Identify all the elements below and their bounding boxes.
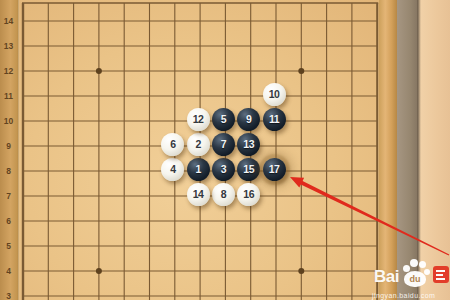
stone-black-9: 9: [237, 108, 260, 131]
board-side-shadow: [397, 0, 417, 300]
stone-number: 3: [221, 163, 226, 175]
stone-number: 16: [243, 188, 254, 200]
row-label-9: 9: [0, 141, 17, 151]
stone-white-10: 10: [263, 83, 286, 106]
stone-white-14: 14: [187, 183, 210, 206]
board-left-frame: 14131211109876543: [0, 0, 19, 300]
row-label-4: 4: [0, 266, 17, 276]
row-label-6: 6: [0, 216, 17, 226]
stone-number: 2: [195, 138, 200, 150]
stone-number: 15: [243, 163, 254, 175]
stone-black-1: 1: [187, 158, 210, 181]
row-label-3: 3: [0, 291, 17, 300]
gomoku-board-screenshot: 14131211109876543 1234567891011121314151…: [0, 0, 450, 300]
row-label-5: 5: [0, 241, 17, 251]
stone-black-5: 5: [212, 108, 235, 131]
stone-black-11: 11: [263, 108, 286, 131]
stone-number: 14: [193, 188, 204, 200]
stone-number: 11: [269, 113, 279, 125]
board-right-edge: [379, 0, 397, 300]
stone-number: 12: [193, 113, 204, 125]
stone-number: 8: [221, 188, 226, 200]
stone-number: 17: [269, 163, 280, 175]
stone-black-15: 15: [237, 158, 260, 181]
stone-number: 9: [246, 113, 251, 125]
stone-black-7: 7: [212, 133, 235, 156]
stone-number: 6: [170, 138, 175, 150]
row-label-11: 11: [0, 91, 17, 101]
stone-white-4: 4: [161, 158, 184, 181]
stone-number: 5: [221, 113, 226, 125]
outer-background: [417, 0, 450, 300]
stone-white-6: 6: [161, 133, 184, 156]
stone-white-16: 16: [237, 183, 260, 206]
row-label-14: 14: [0, 16, 17, 26]
row-label-12: 12: [0, 66, 17, 76]
stone-white-8: 8: [212, 183, 235, 206]
row-label-7: 7: [0, 191, 17, 201]
stone-black-17: 17: [263, 158, 286, 181]
row-label-8: 8: [0, 166, 17, 176]
row-label-10: 10: [0, 116, 17, 126]
stone-number: 13: [243, 138, 254, 150]
stone-number: 4: [170, 163, 175, 175]
stone-number: 10: [269, 88, 280, 100]
stone-black-3: 3: [212, 158, 235, 181]
stone-black-13: 13: [237, 133, 260, 156]
stone-number: 1: [195, 163, 200, 175]
row-label-13: 13: [0, 41, 17, 51]
stone-number: 7: [221, 138, 226, 150]
stone-white-12: 12: [187, 108, 210, 131]
stone-white-2: 2: [187, 133, 210, 156]
